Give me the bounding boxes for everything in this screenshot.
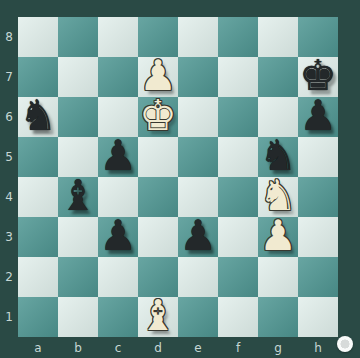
board: ♟♚♞♚♟♟♞♝♞♟♟♟♝ — [18, 17, 338, 337]
rank-label-8: 8 — [0, 17, 18, 57]
square-h2[interactable] — [298, 257, 338, 297]
white-king[interactable]: ♚ — [139, 96, 177, 136]
square-b6[interactable] — [58, 97, 98, 137]
white-pawn[interactable]: ♟ — [259, 216, 297, 256]
square-h6[interactable]: ♟ — [298, 97, 338, 137]
rank-label-7: 7 — [0, 57, 18, 97]
black-pawn[interactable]: ♟ — [99, 216, 137, 256]
black-knight[interactable]: ♞ — [259, 136, 297, 176]
file-labels: abcdefgh — [18, 337, 338, 358]
white-bishop[interactable]: ♝ — [139, 296, 177, 336]
rank-label-1: 1 — [0, 297, 18, 337]
white-pawn[interactable]: ♟ — [139, 56, 177, 96]
black-king[interactable]: ♚ — [299, 56, 337, 96]
square-a2[interactable] — [18, 257, 58, 297]
square-b1[interactable] — [58, 297, 98, 337]
square-e7[interactable] — [178, 57, 218, 97]
square-f5[interactable] — [218, 137, 258, 177]
square-h4[interactable] — [298, 177, 338, 217]
square-c5[interactable]: ♟ — [98, 137, 138, 177]
square-d3[interactable] — [138, 217, 178, 257]
square-d1[interactable]: ♝ — [138, 297, 178, 337]
black-pawn[interactable]: ♟ — [99, 136, 137, 176]
file-label-d: d — [138, 337, 178, 358]
square-f8[interactable] — [218, 17, 258, 57]
file-label-b: b — [58, 337, 98, 358]
square-a8[interactable] — [18, 17, 58, 57]
black-pawn[interactable]: ♟ — [179, 216, 217, 256]
square-g2[interactable] — [258, 257, 298, 297]
square-f2[interactable] — [218, 257, 258, 297]
square-a4[interactable] — [18, 177, 58, 217]
square-g8[interactable] — [258, 17, 298, 57]
square-g1[interactable] — [258, 297, 298, 337]
file-label-e: e — [178, 337, 218, 358]
black-knight[interactable]: ♞ — [19, 96, 57, 136]
square-d5[interactable] — [138, 137, 178, 177]
circle-button-icon[interactable] — [337, 336, 353, 352]
rank-label-5: 5 — [0, 137, 18, 177]
white-knight[interactable]: ♞ — [259, 176, 297, 216]
square-h5[interactable] — [298, 137, 338, 177]
square-d4[interactable] — [138, 177, 178, 217]
square-c2[interactable] — [98, 257, 138, 297]
square-a3[interactable] — [18, 217, 58, 257]
square-f7[interactable] — [218, 57, 258, 97]
square-h3[interactable] — [298, 217, 338, 257]
square-b4[interactable]: ♝ — [58, 177, 98, 217]
chess-board-frame: 87654321 ♟♚♞♚♟♟♞♝♞♟♟♟♝ abcdefgh — [0, 0, 360, 358]
square-f3[interactable] — [218, 217, 258, 257]
square-f4[interactable] — [218, 177, 258, 217]
square-h1[interactable] — [298, 297, 338, 337]
black-pawn[interactable]: ♟ — [299, 96, 337, 136]
square-b2[interactable] — [58, 257, 98, 297]
file-label-h: h — [298, 337, 338, 358]
square-e2[interactable] — [178, 257, 218, 297]
square-f6[interactable] — [218, 97, 258, 137]
rank-label-3: 3 — [0, 217, 18, 257]
square-b3[interactable] — [58, 217, 98, 257]
square-e6[interactable] — [178, 97, 218, 137]
square-b8[interactable] — [58, 17, 98, 57]
rank-labels: 87654321 — [0, 17, 18, 337]
square-f1[interactable] — [218, 297, 258, 337]
square-a5[interactable] — [18, 137, 58, 177]
square-a1[interactable] — [18, 297, 58, 337]
rank-label-2: 2 — [0, 257, 18, 297]
rank-label-6: 6 — [0, 97, 18, 137]
square-g3[interactable]: ♟ — [258, 217, 298, 257]
square-g7[interactable] — [258, 57, 298, 97]
square-a6[interactable]: ♞ — [18, 97, 58, 137]
square-d6[interactable]: ♚ — [138, 97, 178, 137]
square-e8[interactable] — [178, 17, 218, 57]
square-c7[interactable] — [98, 57, 138, 97]
file-label-c: c — [98, 337, 138, 358]
square-b7[interactable] — [58, 57, 98, 97]
rank-label-4: 4 — [0, 177, 18, 217]
square-e3[interactable]: ♟ — [178, 217, 218, 257]
black-bishop[interactable]: ♝ — [59, 176, 97, 216]
square-c1[interactable] — [98, 297, 138, 337]
file-label-a: a — [18, 337, 58, 358]
square-e5[interactable] — [178, 137, 218, 177]
square-e1[interactable] — [178, 297, 218, 337]
file-label-f: f — [218, 337, 258, 358]
square-c3[interactable]: ♟ — [98, 217, 138, 257]
square-c8[interactable] — [98, 17, 138, 57]
file-label-g: g — [258, 337, 298, 358]
